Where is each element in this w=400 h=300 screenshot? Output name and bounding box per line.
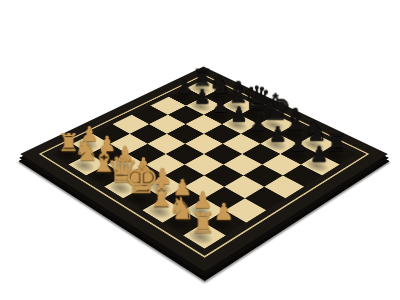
black-pawn-icon: ♟ bbox=[273, 144, 365, 165]
product-photo-stage: ♜♞♝♛♚♝♞♜♟♟♟♟♟♟♟♟♟♟♟♟♟♟♟♟♜♞♝♛♚♝♞♜ bbox=[0, 0, 400, 300]
perspective-scene: ♜♞♝♛♚♝♞♜♟♟♟♟♟♟♟♟♟♟♟♟♟♟♟♟♜♞♝♛♚♝♞♜ bbox=[0, 0, 400, 300]
board-pieces: ♜♞♝♛♚♝♞♜♟♟♟♟♟♟♟♟♟♟♟♟♟♟♟♟♜♞♝♛♚♝♞♜ bbox=[51, 80, 356, 249]
black-pawn-h7: ♟ bbox=[301, 154, 340, 175]
chess-board: ♜♞♝♛♚♝♞♜♟♟♟♟♟♟♟♟♟♟♟♟♟♟♟♟♜♞♝♛♚♝♞♜ bbox=[20, 67, 388, 272]
white-rook-icon: ♜ bbox=[152, 209, 253, 237]
white-rook-h1: ♜ bbox=[183, 223, 226, 249]
